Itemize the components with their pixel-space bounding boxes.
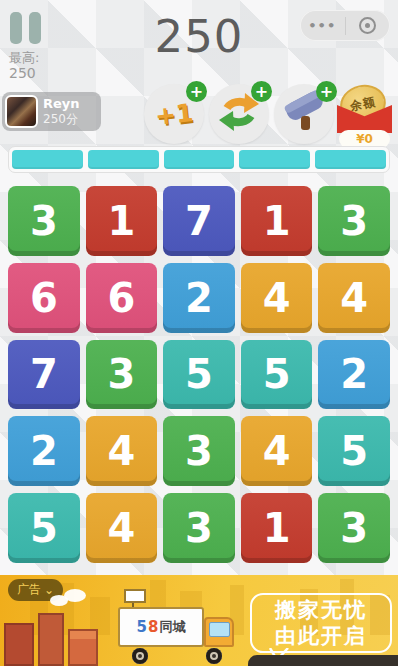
chevron-down-icon: ⌄: [44, 583, 54, 597]
more-button[interactable]: •••: [300, 18, 345, 33]
add-badge-icon: +: [251, 81, 272, 102]
tile-r1c4[interactable]: 1: [241, 186, 313, 256]
close-icon: [359, 17, 376, 34]
truck-sign: [124, 589, 146, 603]
tile-r1c3[interactable]: 7: [163, 186, 235, 256]
avatar: [5, 95, 38, 128]
close-button[interactable]: [346, 17, 391, 34]
tile-r2c2[interactable]: 6: [86, 263, 158, 333]
truck-cab: [204, 617, 234, 647]
tile-r2c4[interactable]: 4: [241, 263, 313, 333]
tile-r2c3[interactable]: 2: [163, 263, 235, 333]
add-badge-icon: +: [186, 81, 207, 102]
add-badge-icon: +: [316, 81, 337, 102]
progress-segment-1: [12, 150, 83, 169]
progress-bar: [8, 146, 390, 173]
tile-r2c5[interactable]: 4: [318, 263, 390, 333]
moving-box: [38, 613, 64, 666]
truck-wheel: [206, 648, 222, 664]
plus-one-icon: +1: [153, 98, 194, 131]
progress-segment-4: [239, 150, 310, 169]
tile-r4c1[interactable]: 2: [8, 416, 80, 486]
tile-r1c5[interactable]: 3: [318, 186, 390, 256]
moving-box: [68, 629, 98, 666]
player-score: 250分: [43, 112, 80, 127]
moving-truck: 5 8 同城: [118, 597, 238, 659]
ad-slogan-line2: 由此开启: [275, 623, 367, 649]
tile-r4c3[interactable]: 3: [163, 416, 235, 486]
ad-slogan-bubble[interactable]: 搬家无忧 由此开启: [250, 593, 392, 653]
tile-r5c3[interactable]: 3: [163, 493, 235, 563]
miniprogram-capsule: •••: [300, 10, 390, 41]
best-score-value: 250: [9, 65, 36, 81]
player-badge: Reyn 250分: [2, 92, 101, 131]
tile-r3c1[interactable]: 7: [8, 340, 80, 410]
truck-wheel: [132, 648, 148, 664]
logo-58tongcheng: 5: [137, 618, 147, 636]
tile-r4c5[interactable]: 5: [318, 416, 390, 486]
tile-r4c4[interactable]: 4: [241, 416, 313, 486]
tile-r4c2[interactable]: 4: [86, 416, 158, 486]
game-screen: 最高: 250 250 ••• Reyn 250分 +1 +: [0, 0, 398, 666]
tile-r1c1[interactable]: 3: [8, 186, 80, 256]
tile-r3c2[interactable]: 3: [86, 340, 158, 410]
tile-r5c1[interactable]: 5: [8, 493, 80, 563]
tile-r3c3[interactable]: 5: [163, 340, 235, 410]
player-name: Reyn: [43, 96, 80, 112]
tile-r5c2[interactable]: 4: [86, 493, 158, 563]
tile-r3c4[interactable]: 5: [241, 340, 313, 410]
progress-segment-3: [164, 150, 235, 169]
powerup-plus-one-button[interactable]: +1 +: [144, 84, 204, 144]
tile-r5c4[interactable]: 1: [241, 493, 313, 563]
truck-window: [209, 622, 230, 637]
wallet-button[interactable]: 余额 ¥0: [337, 85, 392, 148]
ad-bottom-strip: [248, 655, 398, 666]
moving-box: [4, 623, 34, 666]
truck-cargo: 5 8 同城: [118, 607, 204, 647]
tile-r1c2[interactable]: 1: [86, 186, 158, 256]
tile-r5c5[interactable]: 3: [318, 493, 390, 563]
ad-slogan-line1: 搬家无忧: [275, 597, 367, 623]
tile-r2c1[interactable]: 6: [8, 263, 80, 333]
progress-segment-5: [315, 150, 386, 169]
progress-segment-2: [88, 150, 159, 169]
tile-r3c5[interactable]: 2: [318, 340, 390, 410]
board-grid: 3171366244735522434554313: [8, 186, 390, 563]
ad-banner[interactable]: 广告⌄ 5 8 同城 搬家无忧 由此开启: [0, 575, 398, 666]
powerup-hammer-button[interactable]: +: [274, 84, 334, 144]
cloud-icon: [64, 589, 86, 602]
powerup-swap-button[interactable]: +: [209, 84, 269, 144]
